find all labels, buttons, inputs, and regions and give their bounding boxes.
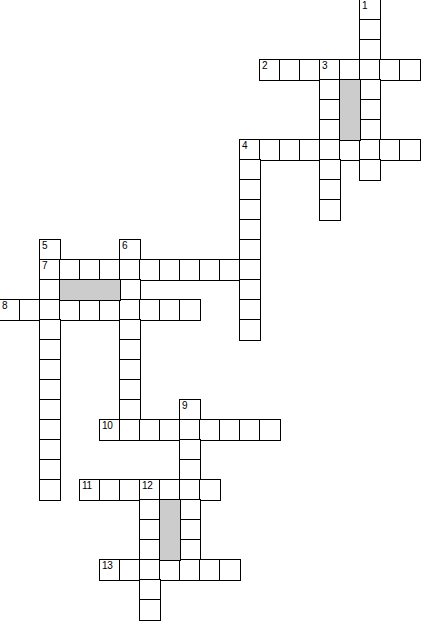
cell-r27-c9[interactable]: [179, 539, 201, 561]
cell-r28-c11[interactable]: [219, 559, 241, 581]
cell-r4-c16[interactable]: [319, 79, 341, 101]
shaded-bar-2: [59, 279, 121, 301]
crossword-page: 12345678910111213: [0, 0, 421, 621]
cell-r26-c7[interactable]: [139, 519, 161, 541]
cell-r24-c10[interactable]: [199, 479, 221, 501]
cell-r24-c6[interactable]: [119, 479, 141, 501]
cell-r16-c6[interactable]: [119, 319, 141, 341]
cell-r21-c10[interactable]: [199, 419, 221, 441]
cell-r4-c18[interactable]: [359, 79, 381, 101]
cell-r22-c9[interactable]: [179, 439, 201, 461]
cell-r8-c12[interactable]: [239, 159, 261, 181]
cell-r24-c8[interactable]: [159, 479, 181, 501]
cell-r15-c12[interactable]: [239, 299, 261, 321]
cell-r3-c15[interactable]: [299, 59, 321, 81]
cell-r3-c17[interactable]: [339, 59, 361, 81]
cell-r14-c2[interactable]: [39, 279, 61, 301]
cell-r30-c7[interactable]: [139, 599, 161, 621]
cell-r22-c2[interactable]: [39, 439, 61, 461]
clue-number-7: 7: [42, 261, 47, 271]
cell-r15-c9[interactable]: [179, 299, 201, 321]
cell-r13-c12[interactable]: [239, 259, 261, 281]
cell-r21-c7[interactable]: [139, 419, 161, 441]
clue-number-2: 2: [262, 61, 267, 71]
cell-r28-c6[interactable]: [119, 559, 141, 581]
cell-r19-c6[interactable]: [119, 379, 141, 401]
cell-r7-c14[interactable]: [279, 139, 301, 161]
cell-r21-c11[interactable]: [219, 419, 241, 441]
cell-r28-c9[interactable]: [179, 559, 201, 581]
cell-r24-c2[interactable]: [39, 479, 61, 501]
cell-r15-c4[interactable]: [79, 299, 101, 321]
cell-r15-c3[interactable]: [59, 299, 81, 321]
shaded-bar-1: [339, 79, 361, 141]
cell-r25-c9[interactable]: [179, 499, 201, 521]
cell-r3-c19[interactable]: [379, 59, 401, 81]
cell-r18-c2[interactable]: [39, 359, 61, 381]
cell-r3-c20[interactable]: [399, 59, 421, 81]
clue-number-5: 5: [42, 241, 47, 251]
clue-number-6: 6: [122, 241, 127, 251]
clue-number-11: 11: [82, 481, 92, 491]
cell-r13-c4[interactable]: [79, 259, 101, 281]
cell-r27-c7[interactable]: [139, 539, 161, 561]
cell-r13-c3[interactable]: [59, 259, 81, 281]
cell-r25-c7[interactable]: [139, 499, 161, 521]
cell-r16-c2[interactable]: [39, 319, 61, 341]
cell-r14-c6[interactable]: [119, 279, 141, 301]
cell-r13-c8[interactable]: [159, 259, 181, 281]
cell-r29-c7[interactable]: [139, 579, 161, 601]
cell-r9-c12[interactable]: [239, 179, 261, 201]
cell-r7-c20[interactable]: [399, 139, 421, 161]
cell-r21-c6[interactable]: [119, 419, 141, 441]
cell-r17-c6[interactable]: [119, 339, 141, 361]
cell-r1-c18[interactable]: [359, 19, 381, 41]
crossword-grid: 12345678910111213: [0, 0, 421, 621]
cell-r13-c11[interactable]: [219, 259, 241, 281]
cell-r3-c14[interactable]: [279, 59, 301, 81]
clue-number-10: 10: [102, 421, 113, 431]
cell-r7-c13[interactable]: [259, 139, 281, 161]
clue-number-13: 13: [102, 561, 113, 571]
cell-r6-c18[interactable]: [359, 119, 381, 141]
clue-number-12: 12: [142, 481, 153, 491]
cell-r20-c6[interactable]: [119, 399, 141, 421]
cell-r15-c7[interactable]: [139, 299, 161, 321]
clue-number-4: 4: [242, 141, 247, 151]
clue-number-3: 3: [322, 61, 327, 71]
clue-number-9: 9: [182, 401, 187, 411]
cell-r15-c1[interactable]: [19, 299, 41, 321]
cell-r18-c6[interactable]: [119, 359, 141, 381]
cell-r10-c12[interactable]: [239, 199, 261, 221]
cell-r7-c18[interactable]: [359, 139, 381, 161]
cell-r13-c10[interactable]: [199, 259, 221, 281]
cell-r24-c5[interactable]: [99, 479, 121, 501]
cell-r5-c16[interactable]: [319, 99, 341, 121]
cell-r8-c18[interactable]: [359, 159, 381, 181]
cell-r28-c10[interactable]: [199, 559, 221, 581]
cell-r3-c18[interactable]: [359, 59, 381, 81]
cell-r23-c2[interactable]: [39, 459, 61, 481]
cell-r12-c12[interactable]: [239, 239, 261, 261]
cell-r21-c13[interactable]: [259, 419, 281, 441]
cell-r16-c12[interactable]: [239, 319, 261, 341]
cell-r19-c2[interactable]: [39, 379, 61, 401]
cell-r28-c7[interactable]: [139, 559, 161, 581]
cell-r15-c6[interactable]: [119, 299, 141, 321]
cell-r21-c2[interactable]: [39, 419, 61, 441]
cell-r15-c8[interactable]: [159, 299, 181, 321]
cell-r13-c6[interactable]: [119, 259, 141, 281]
cell-r7-c17[interactable]: [339, 139, 361, 161]
clue-number-1: 1: [362, 1, 367, 11]
cell-r13-c9[interactable]: [179, 259, 201, 281]
cell-r11-c12[interactable]: [239, 219, 261, 241]
cell-r26-c9[interactable]: [179, 519, 201, 541]
cell-r14-c12[interactable]: [239, 279, 261, 301]
cell-r21-c8[interactable]: [159, 419, 181, 441]
cell-r6-c16[interactable]: [319, 119, 341, 141]
cell-r15-c2[interactable]: [39, 299, 61, 321]
cell-r13-c5[interactable]: [99, 259, 121, 281]
cell-r7-c19[interactable]: [379, 139, 401, 161]
cell-r5-c18[interactable]: [359, 99, 381, 121]
cell-r23-c9[interactable]: [179, 459, 201, 481]
cell-r17-c2[interactable]: [39, 339, 61, 361]
cell-r7-c15[interactable]: [299, 139, 321, 161]
cell-r20-c2[interactable]: [39, 399, 61, 421]
cell-r28-c8[interactable]: [159, 559, 181, 581]
clue-number-8: 8: [2, 301, 7, 311]
cell-r8-c16[interactable]: [319, 159, 341, 181]
cell-r13-c7[interactable]: [139, 259, 161, 281]
cell-r21-c12[interactable]: [239, 419, 261, 441]
cell-r24-c9[interactable]: [179, 479, 201, 501]
cell-r7-c16[interactable]: [319, 139, 341, 161]
cell-r2-c18[interactable]: [359, 39, 381, 61]
cell-r21-c9[interactable]: [179, 419, 201, 441]
shaded-bar-3: [159, 499, 181, 561]
cell-r15-c5[interactable]: [99, 299, 121, 321]
cell-r10-c16[interactable]: [319, 199, 341, 221]
cell-r9-c16[interactable]: [319, 179, 341, 201]
